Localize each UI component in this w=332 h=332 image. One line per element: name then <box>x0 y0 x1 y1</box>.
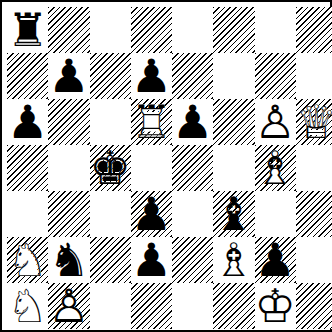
square-c3 <box>90 237 131 283</box>
piece-glyph: ♟ <box>172 95 213 149</box>
piece-glyph: ♚ <box>90 141 131 195</box>
square-g4 <box>255 191 296 237</box>
chess-diagram-frame: ♜♜♟♟♟♟♟♟♜♖♟♟♟♙♛♕♚♚♝♗♟♟♝♝♞♘♞♞♟♟♝♗♟♟♞♘♟♙♚♔ <box>0 0 332 332</box>
square-b6 <box>48 99 89 145</box>
square-d3: ♟♟ <box>131 237 172 283</box>
square-f6 <box>213 99 254 145</box>
black-bishop-f4: ♝♝ <box>213 191 254 237</box>
square-f3: ♝♗ <box>213 237 254 283</box>
piece-glyph: ♟ <box>7 95 48 149</box>
square-e2 <box>172 283 213 329</box>
square-b7: ♟♟ <box>48 53 89 99</box>
square-h5 <box>296 145 332 191</box>
piece-glyph: ♟ <box>131 233 172 287</box>
square-g3: ♟♟ <box>255 237 296 283</box>
white-knight-a2: ♞♘ <box>7 283 48 329</box>
square-a4 <box>7 191 48 237</box>
piece-glyph: ♗ <box>213 233 254 287</box>
white-bishop-g5: ♝♗ <box>255 145 296 191</box>
white-pawn-b2: ♟♙ <box>48 283 89 329</box>
white-queen-h6: ♛♕ <box>296 99 332 145</box>
piece-glyph: ♟ <box>48 49 89 103</box>
square-c5: ♚♚ <box>90 145 131 191</box>
square-g8 <box>255 7 296 53</box>
square-f7 <box>213 53 254 99</box>
square-d5 <box>131 145 172 191</box>
square-c2 <box>90 283 131 329</box>
square-e5 <box>172 145 213 191</box>
square-b4 <box>48 191 89 237</box>
square-d2 <box>131 283 172 329</box>
square-g6: ♟♙ <box>255 99 296 145</box>
square-b8 <box>48 7 89 53</box>
square-a8: ♜♜ <box>7 7 48 53</box>
white-knight-a3: ♞♘ <box>7 237 48 283</box>
piece-glyph: ♗ <box>255 141 296 195</box>
square-a5 <box>7 145 48 191</box>
black-pawn-d3: ♟♟ <box>131 237 172 283</box>
square-h2 <box>296 283 332 329</box>
square-b5 <box>48 145 89 191</box>
piece-glyph: ♘ <box>7 279 48 332</box>
white-rook-d6: ♜♖ <box>131 99 172 145</box>
square-e6: ♟♟ <box>172 99 213 145</box>
square-h7 <box>296 53 332 99</box>
square-h3 <box>296 237 332 283</box>
square-d6: ♜♖ <box>131 99 172 145</box>
square-e7 <box>172 53 213 99</box>
square-c6 <box>90 99 131 145</box>
square-c7 <box>90 53 131 99</box>
square-b3: ♞♞ <box>48 237 89 283</box>
chess-board: ♜♜♟♟♟♟♟♟♜♖♟♟♟♙♛♕♚♚♝♗♟♟♝♝♞♘♞♞♟♟♝♗♟♟♞♘♟♙♚♔ <box>7 7 325 325</box>
black-rook-a8: ♜♜ <box>7 7 48 53</box>
square-h6: ♛♕ <box>296 99 332 145</box>
black-pawn-b7: ♟♟ <box>48 53 89 99</box>
square-e4 <box>172 191 213 237</box>
square-f5 <box>213 145 254 191</box>
black-pawn-d7: ♟♟ <box>131 53 172 99</box>
black-pawn-a6: ♟♟ <box>7 99 48 145</box>
square-d7: ♟♟ <box>131 53 172 99</box>
square-g7 <box>255 53 296 99</box>
black-pawn-d4: ♟♟ <box>131 191 172 237</box>
square-f4: ♝♝ <box>213 191 254 237</box>
square-a7 <box>7 53 48 99</box>
white-king-g2: ♚♔ <box>255 283 296 329</box>
piece-glyph: ♔ <box>255 279 296 332</box>
square-g2: ♚♔ <box>255 283 296 329</box>
square-f8 <box>213 7 254 53</box>
white-pawn-g6: ♟♙ <box>255 99 296 145</box>
square-a6: ♟♟ <box>7 99 48 145</box>
black-pawn-g3: ♟♟ <box>255 237 296 283</box>
square-h8 <box>296 7 332 53</box>
square-e3 <box>172 237 213 283</box>
piece-glyph: ♙ <box>48 279 89 332</box>
square-d8 <box>131 7 172 53</box>
square-g5: ♝♗ <box>255 145 296 191</box>
square-h4 <box>296 191 332 237</box>
black-king-c5: ♚♚ <box>90 145 131 191</box>
square-d4: ♟♟ <box>131 191 172 237</box>
square-a3: ♞♘ <box>7 237 48 283</box>
square-e8 <box>172 7 213 53</box>
white-bishop-f3: ♝♗ <box>213 237 254 283</box>
square-b2: ♟♙ <box>48 283 89 329</box>
black-knight-b3: ♞♞ <box>48 237 89 283</box>
piece-glyph: ♖ <box>131 95 172 149</box>
square-c8 <box>90 7 131 53</box>
piece-glyph: ♜ <box>7 3 48 57</box>
black-pawn-e6: ♟♟ <box>172 99 213 145</box>
piece-glyph: ♕ <box>296 95 332 149</box>
square-a2: ♞♘ <box>7 283 48 329</box>
square-f2 <box>213 283 254 329</box>
square-c4 <box>90 191 131 237</box>
